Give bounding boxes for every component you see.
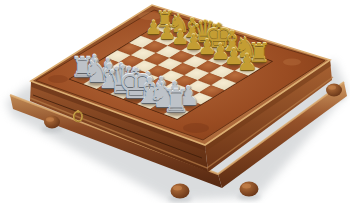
burl-figure — [183, 123, 209, 133]
bun-foot — [44, 116, 60, 129]
piece-black-pawn-h7: ♟ — [237, 51, 257, 73]
bun-foot — [326, 84, 342, 97]
chess-set-photo: ♜♞♝♛♚♝♞♜♟♟♟♟♟♟♟♟♟♟♟♟♟♟♟♟♜♞♝♛♚♝♞♜ — [0, 0, 350, 203]
bun-foot — [171, 184, 190, 199]
bun-foot — [240, 182, 259, 197]
burl-figure — [283, 59, 301, 66]
piece-white-rook-h1: ♜ — [162, 86, 191, 118]
burl-figure — [48, 75, 68, 83]
